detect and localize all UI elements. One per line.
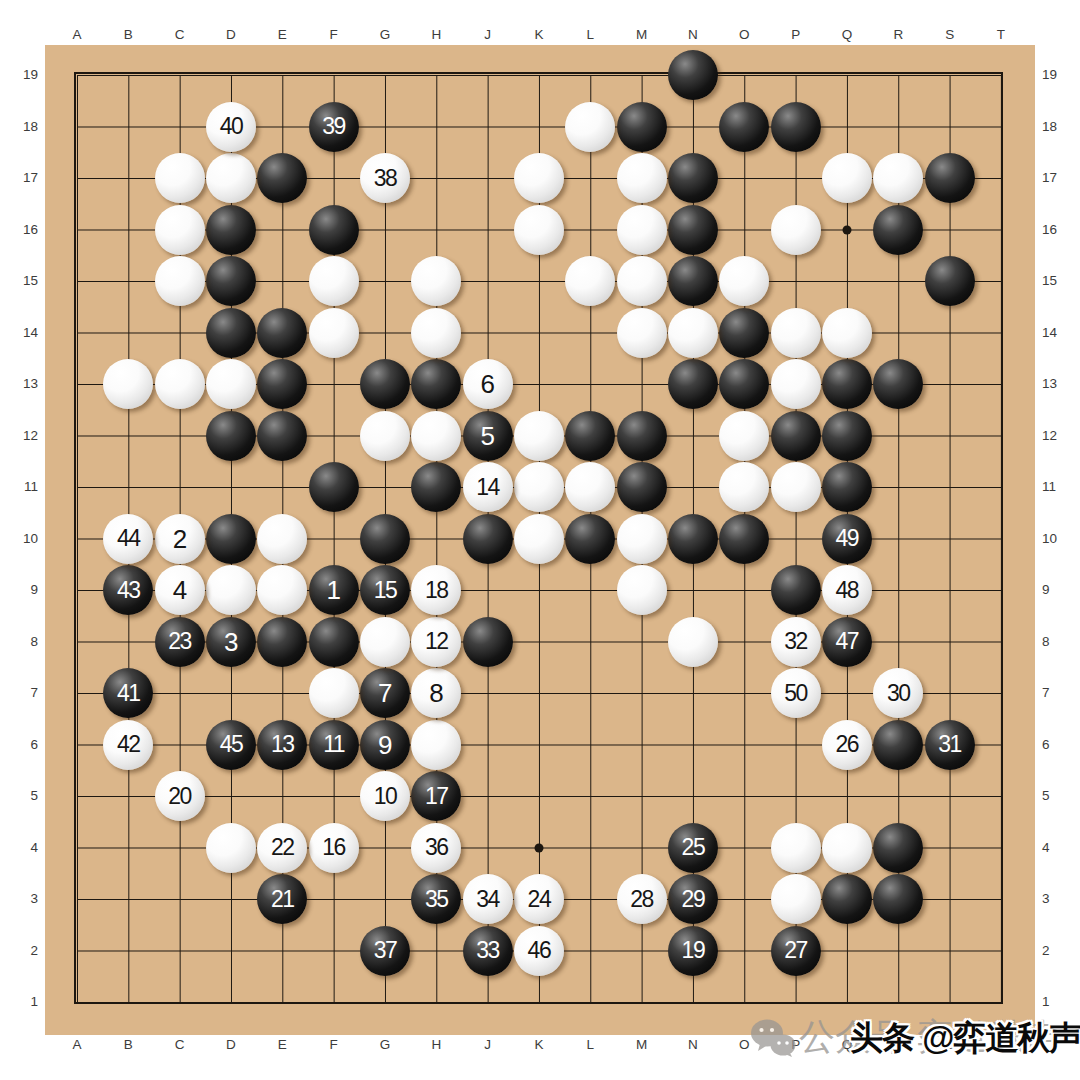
- move-number: 37: [374, 939, 397, 962]
- stone-white-Q4: [822, 823, 872, 873]
- coord-right-8: 8: [1042, 635, 1076, 649]
- stone-white-D13: [206, 359, 256, 409]
- stone-black-R6: [873, 720, 923, 770]
- stone-white-D4: [206, 823, 256, 873]
- stone-black-F11: [309, 462, 359, 512]
- stone-black-F9-move-1: 1: [309, 565, 359, 615]
- coord-bottom-H: H: [421, 1038, 451, 1052]
- stone-black-O10: [719, 514, 769, 564]
- stone-white-L18: [565, 102, 615, 152]
- stone-white-Q17: [822, 153, 872, 203]
- stone-white-H12: [411, 411, 461, 461]
- coord-top-B: B: [113, 28, 143, 42]
- stone-white-M10: [617, 514, 667, 564]
- move-number: 15: [374, 579, 397, 602]
- stone-black-H5-move-17: 17: [411, 771, 461, 821]
- stone-white-K17: [514, 153, 564, 203]
- stone-white-J11-move-14: 14: [463, 462, 513, 512]
- stone-black-L10: [565, 514, 615, 564]
- stone-black-P2-move-27: 27: [771, 926, 821, 976]
- coord-right-13: 13: [1042, 377, 1076, 391]
- coord-bottom-J: J: [473, 1038, 503, 1052]
- stone-black-G7-move-7: 7: [360, 668, 410, 718]
- stone-white-O11: [719, 462, 769, 512]
- coord-bottom-L: L: [575, 1038, 605, 1052]
- coord-right-15: 15: [1042, 274, 1076, 288]
- coord-left-8: 8: [4, 635, 38, 649]
- stone-white-J3-move-34: 34: [463, 874, 513, 924]
- stone-black-S6-move-31: 31: [925, 720, 975, 770]
- move-number: 13: [271, 733, 294, 756]
- stone-white-F14: [309, 308, 359, 358]
- coord-left-7: 7: [4, 686, 38, 700]
- stone-white-M3-move-28: 28: [617, 874, 667, 924]
- stone-black-G2-move-37: 37: [360, 926, 410, 976]
- stone-white-E10: [257, 514, 307, 564]
- coord-left-13: 13: [4, 377, 38, 391]
- move-number: 1: [327, 577, 341, 603]
- move-number: 3: [224, 629, 238, 655]
- stone-white-F15: [309, 256, 359, 306]
- coord-bottom-C: C: [165, 1038, 195, 1052]
- move-number: 26: [836, 733, 859, 756]
- move-number: 9: [378, 732, 392, 758]
- coord-top-G: G: [370, 28, 400, 42]
- stone-black-C8-move-23: 23: [155, 617, 205, 667]
- toutiao-watermark-text: 头条 @弈道秋声: [850, 1018, 1080, 1058]
- stone-white-H4-move-36: 36: [411, 823, 461, 873]
- coord-top-L: L: [575, 28, 605, 42]
- stone-white-P7-move-50: 50: [771, 668, 821, 718]
- coord-left-18: 18: [4, 120, 38, 134]
- stone-black-G13: [360, 359, 410, 409]
- move-number: 25: [682, 836, 705, 859]
- coord-top-C: C: [165, 28, 195, 42]
- move-number: 33: [476, 939, 499, 962]
- stone-white-Q6-move-26: 26: [822, 720, 872, 770]
- stone-black-N2-move-19: 19: [668, 926, 718, 976]
- stone-white-L11: [565, 462, 615, 512]
- move-number: 44: [117, 527, 140, 550]
- stone-white-C16: [155, 205, 205, 255]
- coord-left-4: 4: [4, 841, 38, 855]
- move-number: 36: [425, 836, 448, 859]
- stone-white-H6: [411, 720, 461, 770]
- stone-white-K16: [514, 205, 564, 255]
- stone-black-Q12: [822, 411, 872, 461]
- coord-right-9: 9: [1042, 583, 1076, 597]
- coord-left-9: 9: [4, 583, 38, 597]
- stone-black-D16: [206, 205, 256, 255]
- move-number: 2: [173, 526, 187, 552]
- stone-white-O15: [719, 256, 769, 306]
- coord-top-P: P: [781, 28, 811, 42]
- stone-white-P4: [771, 823, 821, 873]
- wechat-icon: [750, 1018, 796, 1058]
- move-number: 23: [168, 630, 191, 653]
- coord-left-11: 11: [4, 480, 38, 494]
- stone-white-N8: [668, 617, 718, 667]
- stone-white-L15: [565, 256, 615, 306]
- stone-white-C15: [155, 256, 205, 306]
- stone-white-B6-move-42: 42: [103, 720, 153, 770]
- stone-white-N14: [668, 308, 718, 358]
- coord-left-2: 2: [4, 944, 38, 958]
- stone-white-G12: [360, 411, 410, 461]
- coord-right-18: 18: [1042, 120, 1076, 134]
- stone-white-K11: [514, 462, 564, 512]
- coord-left-6: 6: [4, 738, 38, 752]
- stone-white-E9: [257, 565, 307, 615]
- coord-bottom-K: K: [524, 1038, 554, 1052]
- stone-black-B9-move-43: 43: [103, 565, 153, 615]
- stone-white-K10: [514, 514, 564, 564]
- coord-bottom-N: N: [678, 1038, 708, 1052]
- stone-white-H9-move-18: 18: [411, 565, 461, 615]
- stone-white-P16: [771, 205, 821, 255]
- stone-black-H13: [411, 359, 461, 409]
- coord-right-10: 10: [1042, 532, 1076, 546]
- move-number: 42: [117, 733, 140, 756]
- stone-black-R3: [873, 874, 923, 924]
- stone-white-P11: [771, 462, 821, 512]
- coord-left-10: 10: [4, 532, 38, 546]
- move-number: 7: [378, 680, 392, 706]
- stone-black-N13: [668, 359, 718, 409]
- stone-white-H14: [411, 308, 461, 358]
- stone-white-H8-move-12: 12: [411, 617, 461, 667]
- coord-right-6: 6: [1042, 738, 1076, 752]
- coord-right-1: 1: [1042, 995, 1076, 1009]
- move-number: 48: [836, 579, 859, 602]
- stone-black-D10: [206, 514, 256, 564]
- coord-top-A: A: [62, 28, 92, 42]
- coord-bottom-B: B: [113, 1038, 143, 1052]
- stone-white-K2-move-46: 46: [514, 926, 564, 976]
- stone-white-C10-move-2: 2: [155, 514, 205, 564]
- stone-black-E14: [257, 308, 307, 358]
- stone-black-D8-move-3: 3: [206, 617, 256, 667]
- coord-right-2: 2: [1042, 944, 1076, 958]
- move-number: 34: [476, 888, 499, 911]
- stone-black-F16: [309, 205, 359, 255]
- move-number: 49: [836, 527, 859, 550]
- move-number: 16: [322, 836, 345, 859]
- stone-white-Q9-move-48: 48: [822, 565, 872, 615]
- stone-black-Q3: [822, 874, 872, 924]
- stone-black-M11: [617, 462, 667, 512]
- stone-black-E12: [257, 411, 307, 461]
- stone-black-S15: [925, 256, 975, 306]
- coord-bottom-E: E: [267, 1038, 297, 1052]
- go-board: 1357911131517192123252729313335373941434…: [45, 45, 1035, 1035]
- stone-black-P12: [771, 411, 821, 461]
- move-number: 31: [938, 733, 961, 756]
- coord-bottom-F: F: [319, 1038, 349, 1052]
- stone-black-Q8-move-47: 47: [822, 617, 872, 667]
- stone-black-J2-move-33: 33: [463, 926, 513, 976]
- move-number: 14: [476, 476, 499, 499]
- stone-white-P8-move-32: 32: [771, 617, 821, 667]
- move-number: 45: [220, 733, 243, 756]
- stone-black-P9: [771, 565, 821, 615]
- move-number: 10: [374, 785, 397, 808]
- move-number: 38: [374, 167, 397, 190]
- stone-white-B13: [103, 359, 153, 409]
- move-number: 50: [784, 682, 807, 705]
- stone-black-Q10-move-49: 49: [822, 514, 872, 564]
- stone-white-G17-move-38: 38: [360, 153, 410, 203]
- coord-top-Q: Q: [832, 28, 862, 42]
- coord-bottom-M: M: [627, 1038, 657, 1052]
- stone-black-F6-move-11: 11: [309, 720, 359, 770]
- stone-white-M9: [617, 565, 667, 615]
- coord-right-17: 17: [1042, 171, 1076, 185]
- stone-white-F4-move-16: 16: [309, 823, 359, 873]
- stone-black-O13: [719, 359, 769, 409]
- coord-top-T: T: [986, 28, 1016, 42]
- move-number: 11: [323, 733, 344, 756]
- stone-black-R13: [873, 359, 923, 409]
- coord-top-N: N: [678, 28, 708, 42]
- stone-black-G10: [360, 514, 410, 564]
- stone-black-N19: [668, 50, 718, 100]
- move-number: 19: [682, 939, 705, 962]
- stone-black-N3-move-29: 29: [668, 874, 718, 924]
- move-number: 4: [173, 577, 187, 603]
- stone-white-R7-move-30: 30: [873, 668, 923, 718]
- move-number: 24: [528, 888, 551, 911]
- stone-black-Q13: [822, 359, 872, 409]
- move-number: 39: [322, 115, 345, 138]
- stone-white-P13: [771, 359, 821, 409]
- stone-black-D14: [206, 308, 256, 358]
- stone-white-C13: [155, 359, 205, 409]
- stone-black-N4-move-25: 25: [668, 823, 718, 873]
- move-number: 29: [682, 888, 705, 911]
- coord-right-16: 16: [1042, 223, 1076, 237]
- stone-black-N10: [668, 514, 718, 564]
- coord-top-K: K: [524, 28, 554, 42]
- stone-white-F7: [309, 668, 359, 718]
- move-number: 47: [836, 630, 859, 653]
- move-number: 20: [168, 785, 191, 808]
- stone-white-G5-move-10: 10: [360, 771, 410, 821]
- stone-black-B7-move-41: 41: [103, 668, 153, 718]
- coord-bottom-D: D: [216, 1038, 246, 1052]
- stone-white-H15: [411, 256, 461, 306]
- stone-black-M18: [617, 102, 667, 152]
- stone-black-P18: [771, 102, 821, 152]
- stone-black-S17: [925, 153, 975, 203]
- stone-black-F18-move-39: 39: [309, 102, 359, 152]
- stone-black-Q11: [822, 462, 872, 512]
- stone-white-D17: [206, 153, 256, 203]
- move-number: 46: [528, 939, 551, 962]
- stone-black-G6-move-9: 9: [360, 720, 410, 770]
- stone-black-O18: [719, 102, 769, 152]
- coord-left-15: 15: [4, 274, 38, 288]
- stone-black-E3-move-21: 21: [257, 874, 307, 924]
- stone-white-M16: [617, 205, 667, 255]
- stone-black-N16: [668, 205, 718, 255]
- stone-black-D6-move-45: 45: [206, 720, 256, 770]
- stone-white-B10-move-44: 44: [103, 514, 153, 564]
- stone-black-E17: [257, 153, 307, 203]
- move-number: 35: [425, 888, 448, 911]
- coord-bottom-A: A: [62, 1038, 92, 1052]
- coord-left-12: 12: [4, 429, 38, 443]
- stone-white-C9-move-4: 4: [155, 565, 205, 615]
- move-number: 43: [117, 579, 140, 602]
- stone-white-K3-move-24: 24: [514, 874, 564, 924]
- stone-black-H3-move-35: 35: [411, 874, 461, 924]
- coord-left-3: 3: [4, 892, 38, 906]
- coord-right-19: 19: [1042, 68, 1076, 82]
- stone-black-N17: [668, 153, 718, 203]
- stone-black-J10: [463, 514, 513, 564]
- coord-right-3: 3: [1042, 892, 1076, 906]
- move-number: 8: [429, 680, 443, 706]
- stone-white-P14: [771, 308, 821, 358]
- coord-right-12: 12: [1042, 429, 1076, 443]
- move-number: 17: [425, 785, 448, 808]
- move-number: 12: [425, 630, 448, 653]
- stone-white-H7-move-8: 8: [411, 668, 461, 718]
- coord-top-O: O: [729, 28, 759, 42]
- move-number: 28: [630, 888, 653, 911]
- move-number: 6: [481, 371, 495, 397]
- stone-black-E6-move-13: 13: [257, 720, 307, 770]
- stone-black-E13: [257, 359, 307, 409]
- coord-left-17: 17: [4, 171, 38, 185]
- move-number: 5: [481, 423, 495, 449]
- coord-top-S: S: [935, 28, 965, 42]
- stone-white-G8: [360, 617, 410, 667]
- stone-black-D15: [206, 256, 256, 306]
- move-number: 27: [784, 939, 807, 962]
- stone-black-H11: [411, 462, 461, 512]
- coord-left-5: 5: [4, 789, 38, 803]
- stone-white-M15: [617, 256, 667, 306]
- stone-white-J13-move-6: 6: [463, 359, 513, 409]
- stone-black-D12: [206, 411, 256, 461]
- stone-black-O14: [719, 308, 769, 358]
- stone-white-D9: [206, 565, 256, 615]
- coord-top-E: E: [267, 28, 297, 42]
- stone-black-M12: [617, 411, 667, 461]
- coord-top-R: R: [883, 28, 913, 42]
- stone-white-E4-move-22: 22: [257, 823, 307, 873]
- coord-left-14: 14: [4, 326, 38, 340]
- stones-grid: 1357911131517192123252729313335373941434…: [51, 49, 1026, 1028]
- stone-black-R4: [873, 823, 923, 873]
- move-number: 22: [271, 836, 294, 859]
- coord-left-19: 19: [4, 68, 38, 82]
- stone-black-F8: [309, 617, 359, 667]
- stone-white-Q14: [822, 308, 872, 358]
- coord-left-16: 16: [4, 223, 38, 237]
- move-number: 30: [887, 682, 910, 705]
- coord-top-F: F: [319, 28, 349, 42]
- coord-left-1: 1: [4, 995, 38, 1009]
- move-number: 18: [425, 579, 448, 602]
- coord-right-11: 11: [1042, 480, 1076, 494]
- coord-top-J: J: [473, 28, 503, 42]
- move-number: 21: [271, 888, 294, 911]
- stone-white-P3: [771, 874, 821, 924]
- stone-white-C17: [155, 153, 205, 203]
- move-number: 32: [784, 630, 807, 653]
- stone-white-D18-move-40: 40: [206, 102, 256, 152]
- stone-white-M14: [617, 308, 667, 358]
- coord-top-D: D: [216, 28, 246, 42]
- coord-top-M: M: [627, 28, 657, 42]
- stone-white-M17: [617, 153, 667, 203]
- stone-black-N15: [668, 256, 718, 306]
- stone-black-E8: [257, 617, 307, 667]
- stone-black-L12: [565, 411, 615, 461]
- coord-right-4: 4: [1042, 841, 1076, 855]
- coord-right-5: 5: [1042, 789, 1076, 803]
- go-diagram-page: 1357911131517192123252729313335373941434…: [0, 0, 1080, 1080]
- stone-white-C5-move-20: 20: [155, 771, 205, 821]
- stone-black-J8: [463, 617, 513, 667]
- stone-black-J12-move-5: 5: [463, 411, 513, 461]
- move-number: 40: [220, 115, 243, 138]
- stone-black-G9-move-15: 15: [360, 565, 410, 615]
- move-number: 41: [117, 682, 140, 705]
- stone-white-R17: [873, 153, 923, 203]
- coord-right-14: 14: [1042, 326, 1076, 340]
- stone-white-K12: [514, 411, 564, 461]
- coord-right-7: 7: [1042, 686, 1076, 700]
- stone-white-O12: [719, 411, 769, 461]
- coord-bottom-G: G: [370, 1038, 400, 1052]
- stone-black-R16: [873, 205, 923, 255]
- coord-top-H: H: [421, 28, 451, 42]
